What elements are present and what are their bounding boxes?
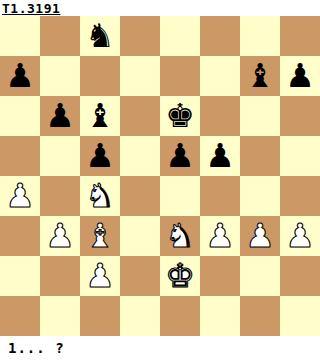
square-h2[interactable]: [280, 256, 320, 296]
white-pawn-piece[interactable]: ♟︎: [5, 176, 35, 216]
white-king-piece[interactable]: ♚︎: [165, 256, 195, 296]
square-h3[interactable]: ♟︎: [280, 216, 320, 256]
square-e6[interactable]: ♚︎: [160, 96, 200, 136]
square-a7[interactable]: ♟︎: [0, 56, 40, 96]
puzzle-title-link[interactable]: T1.3191: [2, 1, 60, 16]
white-knight-piece[interactable]: ♞︎: [85, 176, 115, 216]
square-g5[interactable]: [240, 136, 280, 176]
square-b6[interactable]: ♟︎: [40, 96, 80, 136]
black-bishop-piece[interactable]: ♝︎: [245, 56, 275, 96]
square-b4[interactable]: [40, 176, 80, 216]
square-e5[interactable]: ♟︎: [160, 136, 200, 176]
square-b1[interactable]: [40, 296, 80, 336]
square-g7[interactable]: ♝︎: [240, 56, 280, 96]
move-prompt: 1... ?: [8, 340, 65, 356]
square-b3[interactable]: ♟︎: [40, 216, 80, 256]
square-d2[interactable]: [120, 256, 160, 296]
black-king-piece[interactable]: ♚︎: [165, 96, 195, 136]
square-f7[interactable]: [200, 56, 240, 96]
square-h7[interactable]: ♟︎: [280, 56, 320, 96]
white-pawn-piece[interactable]: ♟︎: [285, 216, 315, 256]
black-pawn-piece[interactable]: ♟︎: [205, 136, 235, 176]
square-e7[interactable]: [160, 56, 200, 96]
square-d4[interactable]: [120, 176, 160, 216]
square-g1[interactable]: [240, 296, 280, 336]
status-bar: 1... ?: [0, 336, 320, 360]
title-bar: T1.3191: [0, 0, 320, 16]
square-c3[interactable]: ♝︎: [80, 216, 120, 256]
square-c7[interactable]: [80, 56, 120, 96]
square-b2[interactable]: [40, 256, 80, 296]
square-h6[interactable]: [280, 96, 320, 136]
square-d5[interactable]: [120, 136, 160, 176]
square-c1[interactable]: [80, 296, 120, 336]
square-a1[interactable]: [0, 296, 40, 336]
square-f5[interactable]: ♟︎: [200, 136, 240, 176]
square-e1[interactable]: [160, 296, 200, 336]
square-a4[interactable]: ♟︎: [0, 176, 40, 216]
square-b8[interactable]: [40, 16, 80, 56]
square-g2[interactable]: [240, 256, 280, 296]
square-d1[interactable]: [120, 296, 160, 336]
square-d3[interactable]: [120, 216, 160, 256]
square-c4[interactable]: ♞︎: [80, 176, 120, 216]
square-h5[interactable]: [280, 136, 320, 176]
white-knight-piece[interactable]: ♞︎: [165, 216, 195, 256]
square-b7[interactable]: [40, 56, 80, 96]
black-pawn-piece[interactable]: ♟︎: [85, 136, 115, 176]
square-e8[interactable]: [160, 16, 200, 56]
square-f1[interactable]: [200, 296, 240, 336]
square-g3[interactable]: ♟︎: [240, 216, 280, 256]
square-h4[interactable]: [280, 176, 320, 216]
square-c8[interactable]: ♞︎: [80, 16, 120, 56]
square-a2[interactable]: [0, 256, 40, 296]
black-bishop-piece[interactable]: ♝︎: [85, 96, 115, 136]
square-c6[interactable]: ♝︎: [80, 96, 120, 136]
square-f2[interactable]: [200, 256, 240, 296]
square-d7[interactable]: [120, 56, 160, 96]
square-f6[interactable]: [200, 96, 240, 136]
white-pawn-piece[interactable]: ♟︎: [45, 216, 75, 256]
square-e4[interactable]: [160, 176, 200, 216]
black-pawn-piece[interactable]: ♟︎: [285, 56, 315, 96]
square-a6[interactable]: [0, 96, 40, 136]
square-f3[interactable]: ♟︎: [200, 216, 240, 256]
square-h8[interactable]: [280, 16, 320, 56]
square-d6[interactable]: [120, 96, 160, 136]
square-c5[interactable]: ♟︎: [80, 136, 120, 176]
white-pawn-piece[interactable]: ♟︎: [205, 216, 235, 256]
square-b5[interactable]: [40, 136, 80, 176]
black-pawn-piece[interactable]: ♟︎: [165, 136, 195, 176]
square-f4[interactable]: [200, 176, 240, 216]
black-pawn-piece[interactable]: ♟︎: [5, 56, 35, 96]
white-pawn-piece[interactable]: ♟︎: [245, 216, 275, 256]
chess-board: ♞︎♟︎♝︎♟︎♟︎♝︎♚︎♟︎♟︎♟︎♟︎♞︎♟︎♝︎♞︎♟︎♟︎♟︎♟︎♚︎: [0, 16, 320, 336]
square-d8[interactable]: [120, 16, 160, 56]
white-bishop-piece[interactable]: ♝︎: [85, 216, 115, 256]
square-c2[interactable]: ♟︎: [80, 256, 120, 296]
white-pawn-piece[interactable]: ♟︎: [85, 256, 115, 296]
square-h1[interactable]: [280, 296, 320, 336]
square-g6[interactable]: [240, 96, 280, 136]
square-f8[interactable]: [200, 16, 240, 56]
black-pawn-piece[interactable]: ♟︎: [45, 96, 75, 136]
square-a5[interactable]: [0, 136, 40, 176]
square-e2[interactable]: ♚︎: [160, 256, 200, 296]
black-knight-piece[interactable]: ♞︎: [85, 16, 115, 56]
square-a8[interactable]: [0, 16, 40, 56]
square-e3[interactable]: ♞︎: [160, 216, 200, 256]
square-g4[interactable]: [240, 176, 280, 216]
square-a3[interactable]: [0, 216, 40, 256]
square-g8[interactable]: [240, 16, 280, 56]
